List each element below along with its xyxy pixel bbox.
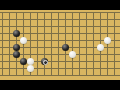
white-stone — [27, 58, 34, 65]
black-stone — [13, 30, 20, 37]
board-gridline-vertical — [58, 12, 59, 76]
black-stone — [13, 51, 20, 58]
white-stone — [27, 65, 34, 72]
board-gridline-horizontal — [0, 61, 120, 62]
board-gridline-vertical — [86, 12, 87, 76]
board-gridline-vertical — [114, 12, 115, 76]
letterbox-top-bar — [0, 0, 120, 10]
board-gridline-horizontal — [0, 75, 120, 76]
board-gridline-vertical — [93, 12, 94, 76]
board-gridline-horizontal — [0, 68, 120, 69]
board-gridline-horizontal — [0, 26, 120, 27]
board-gridline-vertical — [44, 12, 45, 76]
board-gridline-vertical — [2, 12, 3, 76]
black-stone — [41, 58, 48, 65]
last-move-marker — [43, 60, 48, 65]
white-stone — [69, 51, 76, 58]
white-stone — [97, 44, 104, 51]
video-frame — [0, 0, 120, 90]
black-stone — [20, 58, 27, 65]
board-gridline-vertical — [107, 12, 108, 76]
board-gridline-vertical — [79, 12, 80, 76]
board-gridline-vertical — [72, 12, 73, 76]
board-gridline-vertical — [23, 12, 24, 76]
board-gridline-vertical — [37, 12, 38, 76]
white-stone — [20, 37, 27, 44]
black-stone — [13, 44, 20, 51]
board-gridline-horizontal — [0, 12, 120, 13]
board-gridline-horizontal — [0, 40, 120, 41]
black-stone — [62, 44, 69, 51]
white-stone — [104, 37, 111, 44]
go-board[interactable] — [0, 10, 120, 80]
board-gridline-vertical — [9, 12, 10, 76]
board-gridline-vertical — [51, 12, 52, 76]
letterbox-bottom-bar — [0, 80, 120, 90]
board-gridline-horizontal — [0, 19, 120, 20]
